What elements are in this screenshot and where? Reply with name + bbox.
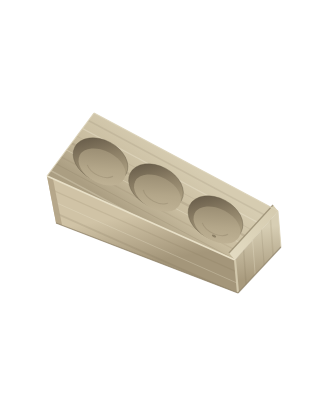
photo-canvas [0, 0, 315, 409]
wooden-board-photo [0, 0, 315, 409]
